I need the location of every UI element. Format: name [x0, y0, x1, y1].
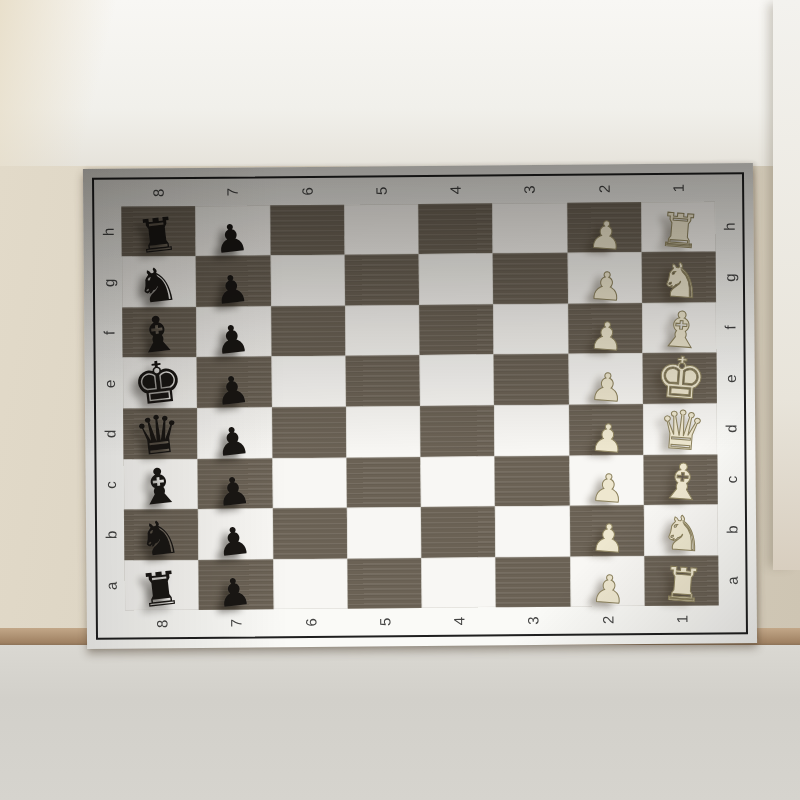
square-b6[interactable]	[272, 508, 347, 559]
square-g3[interactable]	[493, 253, 568, 304]
square-b3[interactable]	[495, 506, 570, 557]
square-a8[interactable]: ♜	[124, 560, 199, 611]
square-g2[interactable]: ♟	[567, 252, 642, 303]
black-pawn-c7[interactable]: ♟	[215, 473, 253, 511]
chess-board: 87654321 87654321 hgfedcba hgfedcba ♜♟♟♜…	[83, 163, 757, 649]
square-h2[interactable]: ♟	[567, 202, 642, 253]
coordinates-right: hgfedcba	[715, 201, 746, 605]
black-pawn-h7[interactable]: ♟	[213, 220, 251, 258]
black-bishop-c8[interactable]: ♝	[135, 463, 184, 512]
square-b7[interactable]: ♟	[198, 509, 273, 560]
square-g1[interactable]: ♞	[641, 252, 716, 303]
square-d2[interactable]: ♟	[568, 405, 643, 456]
square-g8[interactable]: ♞	[122, 256, 197, 307]
square-a6[interactable]	[273, 558, 348, 609]
square-a2[interactable]: ♟	[570, 556, 645, 607]
square-c6[interactable]	[272, 457, 347, 508]
black-knight-b8[interactable]: ♞	[136, 515, 183, 562]
board-grid: ♜♟♟♜♞♟♟♞♝♟♟♝♚♟♟♚♛♟♟♛♝♟♟♝♞♟♟♞♜♟♟♜	[121, 201, 719, 610]
square-c2[interactable]: ♟	[569, 455, 644, 506]
black-knight-g8[interactable]: ♞	[134, 263, 181, 310]
square-a5[interactable]	[347, 558, 422, 609]
square-e5[interactable]	[345, 355, 420, 407]
square-c3[interactable]	[495, 456, 570, 507]
black-queen-d8[interactable]: ♛	[132, 409, 185, 462]
white-pawn-f2[interactable]: ♟	[588, 318, 625, 355]
square-b1[interactable]: ♞	[644, 505, 719, 556]
square-c5[interactable]	[346, 457, 421, 508]
square-e8[interactable]: ♚	[123, 357, 198, 409]
black-pawn-b7[interactable]: ♟	[215, 523, 253, 561]
coordinates-bottom: 87654321	[125, 605, 719, 637]
square-e6[interactable]	[271, 356, 346, 408]
square-c1[interactable]: ♝	[643, 454, 718, 505]
white-rook-a1[interactable]: ♜	[661, 563, 705, 607]
square-f4[interactable]	[419, 304, 494, 355]
square-b4[interactable]	[421, 507, 496, 558]
square-b5[interactable]	[347, 507, 422, 558]
square-h8[interactable]: ♜	[121, 206, 196, 257]
white-pawn-a2[interactable]: ♟	[590, 571, 627, 608]
white-pawn-d2[interactable]: ♟	[589, 420, 626, 457]
wall-background	[0, 0, 800, 166]
square-c7[interactable]: ♟	[198, 458, 273, 509]
square-d3[interactable]	[494, 405, 569, 456]
window-frame-edge	[773, 0, 800, 570]
square-f7[interactable]: ♟	[196, 306, 271, 357]
square-c8[interactable]: ♝	[123, 459, 198, 510]
square-f3[interactable]	[493, 303, 568, 354]
square-g5[interactable]	[344, 254, 419, 305]
square-h6[interactable]	[270, 205, 345, 256]
square-e7[interactable]: ♟	[197, 356, 272, 408]
square-h3[interactable]	[492, 203, 567, 254]
square-e3[interactable]	[494, 354, 569, 406]
white-knight-b1[interactable]: ♞	[660, 512, 705, 557]
black-rook-h8[interactable]: ♜	[134, 213, 180, 259]
white-rook-h1[interactable]: ♜	[658, 209, 702, 253]
white-pawn-e2[interactable]: ♟	[588, 369, 625, 406]
white-pawn-b2[interactable]: ♟	[590, 521, 627, 558]
square-d7[interactable]: ♟	[197, 408, 272, 459]
square-a3[interactable]	[496, 556, 571, 607]
square-b2[interactable]: ♟	[569, 505, 644, 556]
black-pawn-f7[interactable]: ♟	[214, 321, 252, 359]
square-d5[interactable]	[346, 406, 421, 457]
black-pawn-e7[interactable]: ♟	[214, 372, 252, 410]
square-d4[interactable]	[420, 406, 495, 457]
white-pawn-g2[interactable]: ♟	[587, 268, 624, 305]
white-queen-d1[interactable]: ♛	[656, 405, 707, 456]
square-d8[interactable]: ♛	[123, 408, 198, 459]
white-bishop-c1[interactable]: ♝	[658, 459, 705, 506]
square-e1[interactable]: ♚	[642, 353, 717, 405]
black-pawn-g7[interactable]: ♟	[213, 270, 251, 308]
black-pawn-d7[interactable]: ♟	[214, 423, 252, 461]
square-g4[interactable]	[419, 254, 494, 305]
white-knight-g1[interactable]: ♞	[658, 259, 703, 304]
square-f2[interactable]: ♟	[568, 303, 643, 354]
square-h4[interactable]	[418, 203, 493, 254]
square-g7[interactable]: ♟	[196, 256, 271, 307]
photo-scene: 87654321 87654321 hgfedcba hgfedcba ♜♟♟♜…	[0, 0, 800, 800]
white-pawn-c2[interactable]: ♟	[589, 470, 626, 507]
square-h7[interactable]: ♟	[195, 205, 270, 256]
white-pawn-h2[interactable]: ♟	[587, 217, 624, 254]
square-h5[interactable]	[344, 204, 419, 255]
square-a7[interactable]: ♟	[199, 559, 274, 610]
square-h1[interactable]: ♜	[641, 201, 716, 252]
square-e4[interactable]	[420, 355, 495, 407]
square-b8[interactable]: ♞	[124, 509, 199, 560]
square-d6[interactable]	[272, 407, 347, 458]
square-g6[interactable]	[270, 255, 345, 306]
area-below-sill	[0, 645, 800, 800]
square-d1[interactable]: ♛	[643, 404, 718, 455]
black-rook-a8[interactable]: ♜	[137, 567, 183, 613]
coordinates-left: hgfedcba	[94, 207, 125, 611]
black-pawn-a7[interactable]: ♟	[216, 574, 254, 612]
square-e2[interactable]: ♟	[568, 353, 643, 405]
square-a1[interactable]: ♜	[644, 555, 719, 606]
square-a4[interactable]	[421, 557, 496, 608]
square-f5[interactable]	[345, 305, 420, 356]
square-c4[interactable]	[420, 456, 495, 507]
square-f6[interactable]	[271, 305, 346, 356]
